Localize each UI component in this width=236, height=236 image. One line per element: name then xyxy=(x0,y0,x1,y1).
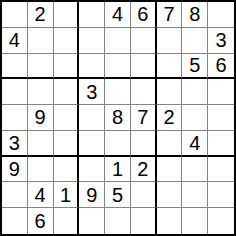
cell-r5c5[interactable]: 8 xyxy=(105,105,131,131)
cell-r1c1[interactable] xyxy=(2,2,28,28)
cell-r6c4[interactable] xyxy=(79,131,105,157)
cell-r6c9[interactable] xyxy=(208,131,234,157)
cell-r4c8[interactable] xyxy=(182,79,208,105)
cell-r5c6[interactable]: 7 xyxy=(131,105,157,131)
cell-r9c8[interactable] xyxy=(182,208,208,234)
cell-r4c4[interactable]: 3 xyxy=(79,79,105,105)
cell-r6c8[interactable]: 4 xyxy=(182,131,208,157)
cell-r2c1[interactable]: 4 xyxy=(2,28,28,54)
cell-r7c8[interactable] xyxy=(182,157,208,183)
cell-r9c6[interactable] xyxy=(131,208,157,234)
sudoku-board: 246784356398723491241956 xyxy=(0,0,236,236)
cell-r3c7[interactable] xyxy=(157,54,183,80)
cell-r9c2[interactable]: 6 xyxy=(28,208,54,234)
cell-r1c3[interactable] xyxy=(54,2,80,28)
cell-r9c7[interactable] xyxy=(157,208,183,234)
cell-r7c7[interactable] xyxy=(157,157,183,183)
cell-r2c7[interactable] xyxy=(157,28,183,54)
cell-r4c9[interactable] xyxy=(208,79,234,105)
cell-r2c2[interactable] xyxy=(28,28,54,54)
cell-r5c8[interactable] xyxy=(182,105,208,131)
cell-r9c9[interactable] xyxy=(208,208,234,234)
cell-r3c3[interactable] xyxy=(54,54,80,80)
cell-r4c7[interactable] xyxy=(157,79,183,105)
cell-r3c1[interactable] xyxy=(2,54,28,80)
cell-r6c2[interactable] xyxy=(28,131,54,157)
cell-r7c9[interactable] xyxy=(208,157,234,183)
cell-r4c2[interactable] xyxy=(28,79,54,105)
cell-r5c7[interactable]: 2 xyxy=(157,105,183,131)
cell-r4c6[interactable] xyxy=(131,79,157,105)
cell-r6c1[interactable]: 3 xyxy=(2,131,28,157)
cell-r2c6[interactable] xyxy=(131,28,157,54)
cell-r1c7[interactable]: 7 xyxy=(157,2,183,28)
cell-r6c6[interactable] xyxy=(131,131,157,157)
cell-r9c3[interactable] xyxy=(54,208,80,234)
cell-r8c1[interactable] xyxy=(2,182,28,208)
cell-r3c5[interactable] xyxy=(105,54,131,80)
cell-r8c2[interactable]: 4 xyxy=(28,182,54,208)
cell-r5c3[interactable] xyxy=(54,105,80,131)
cell-r3c4[interactable] xyxy=(79,54,105,80)
cell-r1c6[interactable]: 6 xyxy=(131,2,157,28)
cell-r8c4[interactable]: 9 xyxy=(79,182,105,208)
cell-r7c2[interactable] xyxy=(28,157,54,183)
cell-r1c2[interactable]: 2 xyxy=(28,2,54,28)
cell-r8c6[interactable] xyxy=(131,182,157,208)
cell-r2c4[interactable] xyxy=(79,28,105,54)
cell-r7c3[interactable] xyxy=(54,157,80,183)
cell-r9c4[interactable] xyxy=(79,208,105,234)
cell-r3c6[interactable] xyxy=(131,54,157,80)
cell-r4c5[interactable] xyxy=(105,79,131,105)
cell-r2c3[interactable] xyxy=(54,28,80,54)
cell-r2c8[interactable] xyxy=(182,28,208,54)
cell-r2c9[interactable]: 3 xyxy=(208,28,234,54)
cell-r3c8[interactable]: 5 xyxy=(182,54,208,80)
cell-r5c2[interactable]: 9 xyxy=(28,105,54,131)
cell-r8c8[interactable] xyxy=(182,182,208,208)
cell-r1c9[interactable] xyxy=(208,2,234,28)
cell-r5c4[interactable] xyxy=(79,105,105,131)
cell-r6c3[interactable] xyxy=(54,131,80,157)
cell-r1c8[interactable]: 8 xyxy=(182,2,208,28)
cell-r9c5[interactable] xyxy=(105,208,131,234)
cell-r6c5[interactable] xyxy=(105,131,131,157)
cell-r2c5[interactable] xyxy=(105,28,131,54)
cell-r7c1[interactable]: 9 xyxy=(2,157,28,183)
cell-r6c7[interactable] xyxy=(157,131,183,157)
cell-r7c6[interactable]: 2 xyxy=(131,157,157,183)
cell-r1c4[interactable] xyxy=(79,2,105,28)
cell-r3c2[interactable] xyxy=(28,54,54,80)
cell-r5c9[interactable] xyxy=(208,105,234,131)
cell-r8c7[interactable] xyxy=(157,182,183,208)
cell-r7c4[interactable] xyxy=(79,157,105,183)
cell-r4c1[interactable] xyxy=(2,79,28,105)
cell-r9c1[interactable] xyxy=(2,208,28,234)
cell-r7c5[interactable]: 1 xyxy=(105,157,131,183)
cell-r8c3[interactable]: 1 xyxy=(54,182,80,208)
cell-r5c1[interactable] xyxy=(2,105,28,131)
cell-r8c5[interactable]: 5 xyxy=(105,182,131,208)
cell-r3c9[interactable]: 6 xyxy=(208,54,234,80)
cell-r4c3[interactable] xyxy=(54,79,80,105)
cell-r1c5[interactable]: 4 xyxy=(105,2,131,28)
cell-r8c9[interactable] xyxy=(208,182,234,208)
